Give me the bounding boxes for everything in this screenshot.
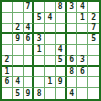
cell-r2c4[interactable]: 5 — [34, 13, 45, 24]
cell-r2c8[interactable]: 1 — [77, 13, 88, 24]
cell-r5c3[interactable] — [24, 45, 35, 56]
cell-r1c1[interactable] — [2, 2, 13, 13]
cell-r6c7[interactable]: 6 — [67, 56, 78, 67]
cell-r7c5[interactable] — [45, 67, 56, 78]
cell-r2c3[interactable] — [24, 13, 35, 24]
cell-r5c7[interactable] — [67, 45, 78, 56]
cell-r8c8[interactable] — [77, 77, 88, 88]
cell-r3c4[interactable] — [34, 24, 45, 35]
cell-r9c3[interactable]: 9 — [24, 88, 35, 99]
cell-r5c8[interactable] — [77, 45, 88, 56]
cell-r1c2[interactable] — [13, 2, 24, 13]
cell-r9c4[interactable]: 8 — [34, 88, 45, 99]
cell-r8c5[interactable]: 1 — [45, 77, 56, 88]
cell-r9c8[interactable] — [77, 88, 88, 99]
cell-r1c4[interactable] — [34, 2, 45, 13]
cell-r9c6[interactable] — [56, 88, 67, 99]
cell-r8c9[interactable] — [88, 77, 99, 88]
cell-r2c5[interactable]: 4 — [45, 13, 56, 24]
cell-r4c1[interactable] — [2, 34, 13, 45]
cell-r9c2[interactable]: 5 — [13, 88, 24, 99]
cell-r3c2[interactable]: 2 — [13, 24, 24, 35]
cell-r4c3[interactable]: 6 — [24, 34, 35, 45]
cell-r8c7[interactable] — [67, 77, 78, 88]
cell-r3c1[interactable] — [2, 24, 13, 35]
sudoku-board: 78345412247963514256318664195984 — [0, 0, 101, 101]
cell-r7c7[interactable]: 8 — [67, 67, 78, 78]
cell-r6c2[interactable] — [13, 56, 24, 67]
cell-r3c9[interactable]: 7 — [88, 24, 99, 35]
cell-r1c5[interactable] — [45, 2, 56, 13]
cell-r5c9[interactable] — [88, 45, 99, 56]
cell-r6c4[interactable] — [34, 56, 45, 67]
cell-r8c2[interactable]: 4 — [13, 77, 24, 88]
cell-r9c9[interactable] — [88, 88, 99, 99]
cell-r4c7[interactable] — [67, 34, 78, 45]
cell-r2c6[interactable] — [56, 13, 67, 24]
cell-r3c8[interactable] — [77, 24, 88, 35]
cell-r6c1[interactable]: 2 — [2, 56, 13, 67]
cell-r6c9[interactable] — [88, 56, 99, 67]
cell-r7c6[interactable] — [56, 67, 67, 78]
cell-r6c3[interactable] — [24, 56, 35, 67]
cell-r6c8[interactable]: 3 — [77, 56, 88, 67]
cell-r5c5[interactable] — [45, 45, 56, 56]
cell-r9c1[interactable] — [2, 88, 13, 99]
cell-r1c3[interactable]: 7 — [24, 2, 35, 13]
cell-r4c6[interactable] — [56, 34, 67, 45]
cell-r8c4[interactable] — [34, 77, 45, 88]
cell-r5c1[interactable] — [2, 45, 13, 56]
cell-r2c7[interactable] — [67, 13, 78, 24]
cell-r8c1[interactable]: 6 — [2, 77, 13, 88]
cell-r4c9[interactable]: 5 — [88, 34, 99, 45]
cell-r7c4[interactable] — [34, 67, 45, 78]
cell-r1c7[interactable]: 3 — [67, 2, 78, 13]
cell-r7c2[interactable] — [13, 67, 24, 78]
cell-r8c3[interactable] — [24, 77, 35, 88]
cell-r3c7[interactable] — [67, 24, 78, 35]
cell-r7c1[interactable]: 1 — [2, 67, 13, 78]
cell-r1c9[interactable] — [88, 2, 99, 13]
cell-r5c2[interactable] — [13, 45, 24, 56]
cell-r9c7[interactable]: 4 — [67, 88, 78, 99]
cell-r6c5[interactable] — [45, 56, 56, 67]
cell-r7c9[interactable] — [88, 67, 99, 78]
cell-r1c8[interactable]: 4 — [77, 2, 88, 13]
cell-r7c3[interactable] — [24, 67, 35, 78]
cell-r3c3[interactable]: 4 — [24, 24, 35, 35]
cell-r2c2[interactable] — [13, 13, 24, 24]
cell-r4c2[interactable]: 9 — [13, 34, 24, 45]
cell-r1c6[interactable]: 8 — [56, 2, 67, 13]
cell-r8c6[interactable]: 9 — [56, 77, 67, 88]
cell-r4c5[interactable] — [45, 34, 56, 45]
cell-r6c6[interactable]: 5 — [56, 56, 67, 67]
cell-r4c8[interactable] — [77, 34, 88, 45]
cell-r9c5[interactable] — [45, 88, 56, 99]
cell-r2c1[interactable] — [2, 13, 13, 24]
cell-r4c4[interactable]: 3 — [34, 34, 45, 45]
cell-r5c6[interactable]: 4 — [56, 45, 67, 56]
cell-r3c6[interactable] — [56, 24, 67, 35]
cell-r7c8[interactable]: 6 — [77, 67, 88, 78]
cell-r2c9[interactable]: 2 — [88, 13, 99, 24]
cell-r5c4[interactable]: 1 — [34, 45, 45, 56]
cell-r3c5[interactable] — [45, 24, 56, 35]
